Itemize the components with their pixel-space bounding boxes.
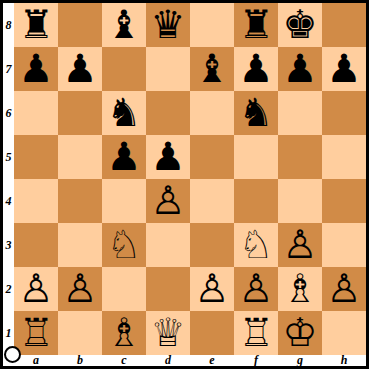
square-h1[interactable]	[322, 311, 366, 355]
square-e8[interactable]	[190, 3, 234, 47]
square-a6[interactable]	[14, 91, 58, 135]
black-pawn: ♟	[107, 135, 142, 179]
square-a7[interactable]: ♟	[14, 47, 58, 91]
white-pawn: ♙	[283, 223, 318, 267]
chess-diagram: 87654321 ♜♝♛♜♚♟♟♝♟♟♟♞♞♟♟♙♘♘♙♙♙♙♙♗♙♖♗♕♖♔ …	[0, 0, 369, 369]
rank-label-8: 8	[3, 3, 14, 47]
square-a1[interactable]: ♖	[14, 311, 58, 355]
square-b4[interactable]	[58, 179, 102, 223]
square-c6[interactable]: ♞	[102, 91, 146, 135]
white-rook: ♖	[239, 311, 274, 355]
square-e6[interactable]	[190, 91, 234, 135]
square-d4[interactable]: ♙	[146, 179, 190, 223]
square-a4[interactable]	[14, 179, 58, 223]
black-rook: ♜	[19, 3, 54, 47]
square-a5[interactable]	[14, 135, 58, 179]
square-f2[interactable]: ♙	[234, 267, 278, 311]
square-b7[interactable]: ♟	[58, 47, 102, 91]
square-g2[interactable]: ♗	[278, 267, 322, 311]
rank-label-6: 6	[3, 91, 14, 135]
square-f8[interactable]: ♜	[234, 3, 278, 47]
black-rook: ♜	[239, 3, 274, 47]
square-d2[interactable]	[146, 267, 190, 311]
file-labels: abcdefgh	[14, 355, 366, 366]
rank-label-4: 4	[3, 179, 14, 223]
black-bishop: ♝	[195, 47, 230, 91]
file-label-b: b	[58, 355, 102, 366]
square-h6[interactable]	[322, 91, 366, 135]
square-h8[interactable]	[322, 3, 366, 47]
black-pawn: ♟	[283, 47, 318, 91]
square-b3[interactable]	[58, 223, 102, 267]
square-g3[interactable]: ♙	[278, 223, 322, 267]
square-b6[interactable]	[58, 91, 102, 135]
square-c7[interactable]	[102, 47, 146, 91]
black-knight: ♞	[239, 91, 274, 135]
square-b2[interactable]: ♙	[58, 267, 102, 311]
white-bishop: ♗	[107, 311, 142, 355]
square-c5[interactable]: ♟	[102, 135, 146, 179]
square-e7[interactable]: ♝	[190, 47, 234, 91]
diagram-layout: 87654321 ♜♝♛♜♚♟♟♝♟♟♟♞♞♟♟♙♘♘♙♙♙♙♙♗♙♖♗♕♖♔ …	[3, 3, 366, 366]
square-d8[interactable]: ♛	[146, 3, 190, 47]
square-a3[interactable]	[14, 223, 58, 267]
square-c2[interactable]	[102, 267, 146, 311]
square-g5[interactable]	[278, 135, 322, 179]
white-pawn: ♙	[63, 267, 98, 311]
rank-label-3: 3	[3, 223, 14, 267]
square-e4[interactable]	[190, 179, 234, 223]
square-e5[interactable]	[190, 135, 234, 179]
square-d3[interactable]	[146, 223, 190, 267]
white-rook: ♖	[19, 311, 54, 355]
square-h2[interactable]: ♙	[322, 267, 366, 311]
file-label-f: f	[234, 355, 278, 366]
white-bishop: ♗	[283, 267, 318, 311]
white-knight: ♘	[239, 223, 274, 267]
square-c8[interactable]: ♝	[102, 3, 146, 47]
square-g7[interactable]: ♟	[278, 47, 322, 91]
file-label-g: g	[278, 355, 322, 366]
black-queen: ♛	[151, 3, 186, 47]
white-queen: ♕	[151, 311, 186, 355]
file-label-d: d	[146, 355, 190, 366]
white-pawn: ♙	[327, 267, 362, 311]
black-pawn: ♟	[327, 47, 362, 91]
white-pawn: ♙	[151, 179, 186, 223]
white-pawn: ♙	[19, 267, 54, 311]
square-e1[interactable]	[190, 311, 234, 355]
square-b8[interactable]	[58, 3, 102, 47]
square-e3[interactable]	[190, 223, 234, 267]
square-f1[interactable]: ♖	[234, 311, 278, 355]
white-pawn: ♙	[239, 267, 274, 311]
square-f4[interactable]	[234, 179, 278, 223]
square-f6[interactable]: ♞	[234, 91, 278, 135]
file-label-c: c	[102, 355, 146, 366]
rank-label-7: 7	[3, 47, 14, 91]
file-label-e: e	[190, 355, 234, 366]
square-g4[interactable]	[278, 179, 322, 223]
square-c4[interactable]	[102, 179, 146, 223]
square-g8[interactable]: ♚	[278, 3, 322, 47]
square-h7[interactable]: ♟	[322, 47, 366, 91]
white-king: ♔	[283, 311, 318, 355]
square-g1[interactable]: ♔	[278, 311, 322, 355]
square-f3[interactable]: ♘	[234, 223, 278, 267]
rank-label-2: 2	[3, 267, 14, 311]
square-d1[interactable]: ♕	[146, 311, 190, 355]
square-h5[interactable]	[322, 135, 366, 179]
square-d7[interactable]	[146, 47, 190, 91]
file-label-h: h	[322, 355, 366, 366]
black-pawn: ♟	[63, 47, 98, 91]
black-knight: ♞	[107, 91, 142, 135]
rank-labels: 87654321	[3, 3, 14, 355]
square-c1[interactable]: ♗	[102, 311, 146, 355]
square-e2[interactable]: ♙	[190, 267, 234, 311]
black-pawn: ♟	[19, 47, 54, 91]
square-h3[interactable]	[322, 223, 366, 267]
square-a2[interactable]: ♙	[14, 267, 58, 311]
square-d6[interactable]	[146, 91, 190, 135]
board: ♜♝♛♜♚♟♟♝♟♟♟♞♞♟♟♙♘♘♙♙♙♙♙♗♙♖♗♕♖♔	[14, 3, 366, 355]
white-to-move-indicator	[4, 346, 21, 363]
square-a8[interactable]: ♜	[14, 3, 58, 47]
square-c3[interactable]: ♘	[102, 223, 146, 267]
black-king: ♚	[283, 3, 318, 47]
square-g6[interactable]	[278, 91, 322, 135]
white-pawn: ♙	[195, 267, 230, 311]
square-d5[interactable]: ♟	[146, 135, 190, 179]
square-f7[interactable]: ♟	[234, 47, 278, 91]
black-pawn: ♟	[151, 135, 186, 179]
square-b1[interactable]	[58, 311, 102, 355]
square-f5[interactable]	[234, 135, 278, 179]
white-knight: ♘	[107, 223, 142, 267]
black-pawn: ♟	[239, 47, 274, 91]
square-b5[interactable]	[58, 135, 102, 179]
square-h4[interactable]	[322, 179, 366, 223]
black-bishop: ♝	[107, 3, 142, 47]
rank-label-5: 5	[3, 135, 14, 179]
